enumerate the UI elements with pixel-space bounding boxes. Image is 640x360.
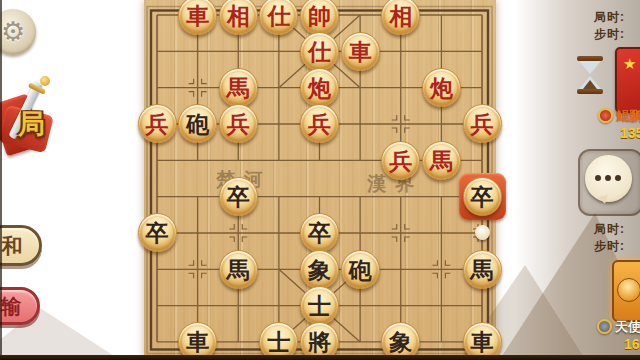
piece-black-soldier[interactable]: 卒 <box>463 177 502 216</box>
piece-black-soldier[interactable]: 卒 <box>300 213 339 252</box>
opponent-name: 鲲鹏 <box>616 107 640 125</box>
piece-black-horse[interactable]: 馬 <box>219 250 258 289</box>
gear-icon: ⚙ <box>1 16 25 48</box>
opponent-move-time-label: 步时: <box>594 26 625 43</box>
piece-red-soldier[interactable]: 兵 <box>300 104 339 143</box>
opponent-rating: 135 <box>620 125 640 141</box>
match-emblem: 局 <box>0 74 60 166</box>
screen-bottom-strip <box>0 355 640 360</box>
piece-black-soldier[interactable]: 卒 <box>219 177 258 216</box>
resign-button[interactable]: 输 <box>0 287 40 325</box>
xiangqi-game-screen: { "game": "xiangqi", "position": { "fen_… <box>0 0 640 360</box>
piece-red-advisor[interactable]: 仕 <box>300 32 339 71</box>
emblem-label: 局 <box>18 106 45 142</box>
flag-star-icon: ★ <box>623 55 636 73</box>
piece-red-soldier[interactable]: 兵 <box>463 104 502 143</box>
player-rank-medal-icon <box>597 319 612 334</box>
player-rating: 16 <box>624 336 640 352</box>
piece-red-chariot[interactable]: 車 <box>178 0 217 35</box>
last-move-origin-marker <box>475 225 490 240</box>
opponent-game-time-label: 局时: <box>594 9 625 26</box>
piece-red-horse[interactable]: 馬 <box>219 68 258 107</box>
piece-black-horse[interactable]: 馬 <box>463 250 502 289</box>
piece-black-soldier[interactable]: 卒 <box>138 213 177 252</box>
piece-red-horse[interactable]: 馬 <box>422 141 461 180</box>
player-move-time-label: 步时: <box>594 238 625 255</box>
piece-black-cannon[interactable]: 砲 <box>341 250 380 289</box>
chat-button[interactable] <box>578 149 640 216</box>
draw-button[interactable]: 和 <box>0 225 42 266</box>
piece-black-cannon[interactable]: 砲 <box>178 104 217 143</box>
player-avatar-emblem <box>617 278 640 302</box>
piece-black-advisor[interactable]: 士 <box>300 286 339 325</box>
piece-red-elephant[interactable]: 相 <box>381 0 420 35</box>
piece-red-advisor[interactable]: 仕 <box>259 0 298 35</box>
screen-left-edge <box>0 0 2 360</box>
piece-red-chariot[interactable]: 車 <box>341 32 380 71</box>
opponent-avatar-china-flag[interactable]: ★ <box>615 47 640 113</box>
player-name: 天使 <box>615 318 640 336</box>
piece-red-soldier[interactable]: 兵 <box>219 104 258 143</box>
speech-bubble-tail <box>598 195 610 205</box>
piece-red-soldier[interactable]: 兵 <box>381 141 420 180</box>
opponent-rank-medal-icon <box>598 108 613 123</box>
sword-pommel <box>40 76 50 86</box>
piece-red-general[interactable]: 帥 <box>300 0 339 35</box>
speech-bubble-icon <box>585 155 632 202</box>
player-avatar[interactable] <box>612 260 640 322</box>
piece-black-elephant[interactable]: 象 <box>300 250 339 289</box>
piece-red-cannon[interactable]: 炮 <box>300 68 339 107</box>
piece-red-soldier[interactable]: 兵 <box>138 104 177 143</box>
pieces-layer: 車相仕帥相仕車馬炮炮兵兵兵兵兵馬砲卒卒卒卒馬象砲馬士車士將象車 <box>0 0 640 360</box>
player-game-time-label: 局时: <box>594 221 625 238</box>
piece-red-cannon[interactable]: 炮 <box>422 68 461 107</box>
hourglass-icon <box>577 56 603 94</box>
piece-red-elephant[interactable]: 相 <box>219 0 258 35</box>
